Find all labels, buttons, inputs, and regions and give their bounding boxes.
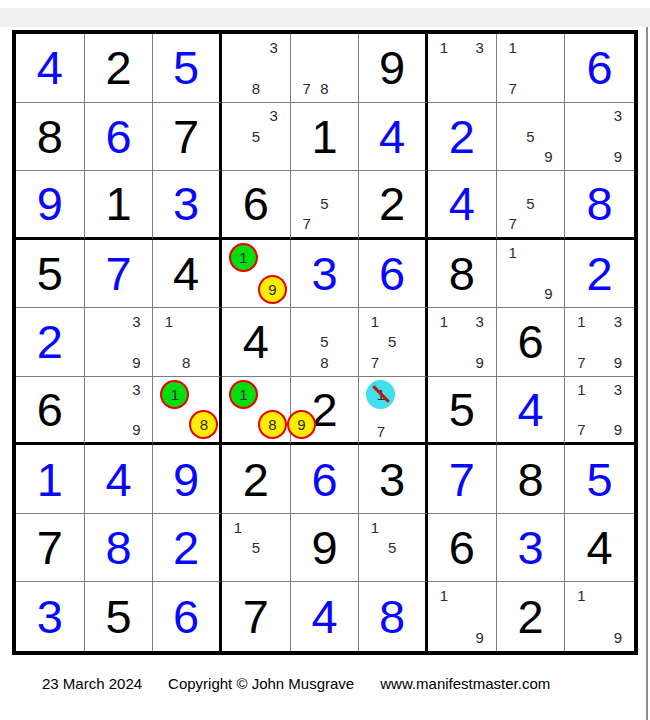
cell-value: 1 bbox=[291, 103, 359, 171]
cell-r8c4[interactable]: 15 bbox=[222, 514, 291, 583]
cell-r2c6[interactable]: 4 bbox=[359, 103, 428, 172]
cell-value: 7 bbox=[222, 582, 290, 651]
cell-value: 3 bbox=[153, 171, 219, 237]
sudoku-grid: 4253878913176867351425939913657245785741… bbox=[12, 30, 638, 655]
cell-value: 2 bbox=[497, 582, 565, 651]
candidates: 19 bbox=[572, 585, 627, 648]
candidate-3: 3 bbox=[609, 106, 627, 127]
candidates: 38 bbox=[229, 37, 283, 99]
cell-r4c3[interactable]: 4 bbox=[153, 240, 222, 309]
cell-r7c6[interactable]: 3 bbox=[359, 445, 428, 514]
cell-r7c2[interactable]: 4 bbox=[85, 445, 154, 514]
cell-r1c3[interactable]: 5 bbox=[153, 34, 222, 103]
candidates: 58 bbox=[298, 311, 352, 373]
cell-r2c7[interactable]: 2 bbox=[428, 103, 497, 172]
cell-r9c1[interactable]: 3 bbox=[16, 582, 85, 651]
candidate-3: 3 bbox=[609, 311, 627, 332]
candidate-7: 7 bbox=[366, 424, 395, 439]
cell-r3c4[interactable]: 6 bbox=[222, 171, 291, 240]
candidates: 157 bbox=[366, 311, 418, 373]
cell-value: 4 bbox=[85, 445, 153, 513]
candidate-1-highlighted-green: 1 bbox=[160, 380, 189, 409]
candidate-3: 3 bbox=[609, 380, 627, 400]
candidate-9: 9 bbox=[539, 284, 557, 305]
cell-r5c2[interactable]: 39 bbox=[85, 308, 154, 377]
candidate-7: 7 bbox=[572, 352, 590, 373]
cell-r9c2[interactable]: 5 bbox=[85, 582, 154, 651]
candidate-9: 9 bbox=[609, 352, 627, 373]
cell-r4c1[interactable]: 5 bbox=[16, 240, 85, 309]
cell-r1c6[interactable]: 9 bbox=[359, 34, 428, 103]
cell-r7c1[interactable]: 1 bbox=[16, 445, 85, 514]
cell-value: 2 bbox=[359, 171, 425, 237]
candidates: 57 bbox=[298, 174, 352, 234]
cell-r3c9[interactable]: 8 bbox=[565, 171, 634, 240]
cell-r6c8[interactable]: 4 bbox=[497, 377, 566, 446]
cell-r8c1[interactable]: 7 bbox=[16, 514, 85, 583]
candidate-5: 5 bbox=[522, 194, 540, 214]
candidate-1-highlighted-green: 1 bbox=[229, 243, 258, 272]
cell-value: 4 bbox=[497, 377, 565, 443]
cell-value: 4 bbox=[359, 103, 425, 171]
cell-r7c7[interactable]: 7 bbox=[428, 445, 497, 514]
candidate-1: 1 bbox=[229, 517, 247, 538]
cell-r9c5[interactable]: 4 bbox=[291, 582, 360, 651]
cell-r2c9[interactable]: 39 bbox=[565, 103, 634, 172]
cell-r7c9[interactable]: 5 bbox=[565, 445, 634, 514]
candidates: 19 bbox=[504, 243, 558, 305]
green-highlight-circle: 1 bbox=[229, 380, 258, 409]
candidates: 15 bbox=[229, 517, 283, 579]
cell-r2c3[interactable]: 7 bbox=[153, 103, 222, 172]
green-highlight-circle: 1 bbox=[229, 243, 258, 272]
candidate-1: 1 bbox=[366, 311, 383, 332]
cell-r9c9[interactable]: 19 bbox=[565, 582, 634, 651]
candidate-5: 5 bbox=[247, 537, 265, 558]
candidate-1: 1 bbox=[366, 517, 383, 538]
candidate-5: 5 bbox=[384, 537, 401, 558]
cell-r8c7[interactable]: 6 bbox=[428, 514, 497, 583]
cell-r3c2[interactable]: 1 bbox=[85, 171, 154, 240]
cell-r6c7[interactable]: 5 bbox=[428, 377, 497, 446]
cell-value: 9 bbox=[16, 171, 84, 237]
candidate-5: 5 bbox=[522, 126, 540, 147]
cell-value: 4 bbox=[16, 34, 84, 102]
cell-value: 3 bbox=[291, 240, 359, 308]
cell-value: 6 bbox=[428, 514, 496, 582]
cell-value: 6 bbox=[16, 377, 84, 443]
cell-value: 5 bbox=[85, 582, 153, 651]
cell-value: 4 bbox=[291, 582, 359, 651]
cell-r8c3[interactable]: 2 bbox=[153, 514, 222, 583]
candidates: 78 bbox=[298, 37, 352, 99]
cell-r6c9[interactable]: 1379 bbox=[565, 377, 634, 446]
cell-value: 3 bbox=[359, 445, 425, 513]
cell-r6c4[interactable]: 189 bbox=[222, 377, 291, 446]
candidate-1: 1 bbox=[572, 585, 590, 606]
candidate-9-highlighted-yellow: 9 bbox=[258, 275, 287, 304]
cell-value: 2 bbox=[565, 240, 634, 308]
cell-r9c6[interactable]: 8 bbox=[359, 582, 428, 651]
cell-r3c7[interactable]: 4 bbox=[428, 171, 497, 240]
cell-r8c2[interactable]: 8 bbox=[85, 514, 154, 583]
cell-value: 5 bbox=[565, 445, 634, 513]
candidates: 139 bbox=[435, 311, 489, 373]
candidate-1: 1 bbox=[572, 311, 590, 332]
candidate-8: 8 bbox=[316, 352, 334, 373]
window-top-band bbox=[0, 8, 650, 27]
cell-value: 9 bbox=[153, 445, 219, 513]
cell-value: 1 bbox=[85, 171, 153, 237]
cell-r7c4[interactable]: 2 bbox=[222, 445, 291, 514]
candidates: 57 bbox=[504, 174, 558, 234]
cell-value: 8 bbox=[428, 240, 496, 308]
candidates: 19 bbox=[435, 585, 489, 648]
candidate-8: 8 bbox=[178, 352, 195, 373]
cell-r1c7[interactable]: 13 bbox=[428, 34, 497, 103]
cell-r1c8[interactable]: 17 bbox=[497, 34, 566, 103]
cell-value: 2 bbox=[428, 103, 496, 171]
cell-r1c4[interactable]: 38 bbox=[222, 34, 291, 103]
footer: 23 March 2024 Copyright © John Musgrave … bbox=[42, 672, 550, 694]
candidates: 17 bbox=[504, 37, 558, 99]
candidate-5: 5 bbox=[247, 126, 265, 147]
cell-r2c1[interactable]: 8 bbox=[16, 103, 85, 172]
cell-r8c8[interactable]: 3 bbox=[497, 514, 566, 583]
candidate-1: 1 bbox=[504, 243, 522, 264]
candidates: 35 bbox=[229, 106, 283, 168]
candidate-3: 3 bbox=[127, 380, 145, 400]
cell-r5c6[interactable]: 157 bbox=[359, 308, 428, 377]
cell-r2c5[interactable]: 1 bbox=[291, 103, 360, 172]
cell-r5c3[interactable]: 18 bbox=[153, 308, 222, 377]
green-highlight-circle: 1 bbox=[160, 380, 189, 409]
cell-value: 3 bbox=[16, 582, 84, 651]
candidate-3: 3 bbox=[127, 311, 145, 332]
yellow-highlight-circle: 8 bbox=[258, 410, 287, 439]
cell-value: 7 bbox=[153, 103, 219, 171]
cell-value: 3 bbox=[497, 514, 565, 582]
candidate-7: 7 bbox=[572, 419, 590, 439]
cell-r1c9[interactable]: 6 bbox=[565, 34, 634, 103]
cell-value: 2 bbox=[16, 308, 84, 376]
cell-value: 5 bbox=[16, 240, 84, 308]
cell-r5c4[interactable]: 4 bbox=[222, 308, 291, 377]
cell-value: 4 bbox=[565, 514, 634, 582]
cell-value: 9 bbox=[291, 514, 359, 582]
cell-value: 7 bbox=[16, 514, 84, 582]
cell-r4c8[interactable]: 19 bbox=[497, 240, 566, 309]
cell-r2c4[interactable]: 35 bbox=[222, 103, 291, 172]
cell-r7c8[interactable]: 8 bbox=[497, 445, 566, 514]
cell-r2c8[interactable]: 59 bbox=[497, 103, 566, 172]
cell-r6c1[interactable]: 6 bbox=[16, 377, 85, 446]
cell-value: 6 bbox=[359, 240, 425, 308]
cell-value: 6 bbox=[153, 582, 219, 651]
candidate-1-highlighted-cyan: 1 bbox=[366, 380, 395, 409]
cell-value: 2 bbox=[85, 34, 153, 102]
cell-r3c6[interactable]: 2 bbox=[359, 171, 428, 240]
candidate-1-highlighted-green: 1 bbox=[229, 380, 258, 409]
cell-value: 6 bbox=[85, 103, 153, 171]
candidates: 18 bbox=[160, 380, 212, 440]
cell-r6c3[interactable]: 18 bbox=[153, 377, 222, 446]
cell-r3c5[interactable]: 57 bbox=[291, 171, 360, 240]
candidate-1: 1 bbox=[504, 37, 522, 58]
cell-r1c1[interactable]: 4 bbox=[16, 34, 85, 103]
candidates: 19 bbox=[229, 243, 283, 305]
candidate-3: 3 bbox=[471, 37, 489, 58]
yellow-highlight-circle: 8 bbox=[189, 410, 218, 439]
candidate-7: 7 bbox=[504, 78, 522, 99]
candidate-9: 9 bbox=[127, 352, 145, 373]
cell-value: 8 bbox=[16, 103, 84, 171]
candidate-9: 9 bbox=[471, 352, 489, 373]
candidate-3: 3 bbox=[265, 37, 283, 58]
candidate-9: 9 bbox=[609, 147, 627, 168]
candidates: 1379 bbox=[572, 311, 627, 373]
candidate-7: 7 bbox=[298, 78, 316, 99]
cell-value: 6 bbox=[222, 171, 290, 237]
cell-value: 6 bbox=[291, 445, 359, 513]
cell-r7c5[interactable]: 6 bbox=[291, 445, 360, 514]
candidate-7: 7 bbox=[366, 352, 383, 373]
cell-r5c8[interactable]: 6 bbox=[497, 308, 566, 377]
yellow-highlight-circle: 9 bbox=[258, 275, 287, 304]
candidates: 39 bbox=[572, 106, 627, 168]
candidate-7: 7 bbox=[298, 214, 316, 234]
candidate-3: 3 bbox=[471, 311, 489, 332]
candidate-1: 1 bbox=[435, 585, 453, 606]
cell-r1c5[interactable]: 78 bbox=[291, 34, 360, 103]
cell-r4c4[interactable]: 19 bbox=[222, 240, 291, 309]
cell-r5c9[interactable]: 1379 bbox=[565, 308, 634, 377]
candidate-8-highlighted-yellow: 8 bbox=[258, 410, 287, 439]
footer-date: 23 March 2024 bbox=[42, 675, 142, 692]
cell-r2c2[interactable]: 6 bbox=[85, 103, 154, 172]
cell-r8c6[interactable]: 15 bbox=[359, 514, 428, 583]
cell-value: 4 bbox=[153, 240, 219, 308]
cell-value: 2 bbox=[153, 514, 219, 582]
cell-r4c5[interactable]: 3 bbox=[291, 240, 360, 309]
cell-value: 8 bbox=[85, 514, 153, 582]
candidate-1: 1 bbox=[160, 311, 177, 332]
cell-r3c8[interactable]: 57 bbox=[497, 171, 566, 240]
candidates: 17 bbox=[366, 380, 418, 440]
cell-r8c9[interactable]: 4 bbox=[565, 514, 634, 583]
cell-value: 9 bbox=[359, 34, 425, 102]
cell-r1c2[interactable]: 2 bbox=[85, 34, 154, 103]
elimination-slash bbox=[372, 385, 390, 403]
footer-copyright: Copyright © John Musgrave bbox=[168, 675, 354, 692]
candidates: 189 bbox=[229, 380, 283, 440]
candidate-9: 9 bbox=[471, 627, 489, 648]
cell-value: 4 bbox=[428, 171, 496, 237]
cell-r9c3[interactable]: 6 bbox=[153, 582, 222, 651]
candidate-7: 7 bbox=[504, 214, 522, 234]
cell-value: 8 bbox=[565, 171, 634, 237]
cell-r8c5[interactable]: 9 bbox=[291, 514, 360, 583]
cell-r9c4[interactable]: 7 bbox=[222, 582, 291, 651]
cell-value: 7 bbox=[428, 445, 496, 513]
footer-website: www.manifestmaster.com bbox=[380, 675, 550, 692]
page-edge-line bbox=[646, 27, 648, 720]
candidate-8: 8 bbox=[247, 78, 265, 99]
cell-r5c7[interactable]: 139 bbox=[428, 308, 497, 377]
candidates: 1379 bbox=[572, 380, 627, 440]
cell-r4c6[interactable]: 6 bbox=[359, 240, 428, 309]
candidate-9: 9 bbox=[609, 419, 627, 439]
cell-r5c1[interactable]: 2 bbox=[16, 308, 85, 377]
cell-value: 6 bbox=[565, 34, 634, 102]
cell-value: 6 bbox=[497, 308, 565, 376]
candidate-5: 5 bbox=[384, 332, 401, 353]
cell-r4c2[interactable]: 7 bbox=[85, 240, 154, 309]
cell-value: 8 bbox=[359, 582, 425, 651]
candidate-1: 1 bbox=[572, 380, 590, 400]
cell-value: 2 bbox=[222, 445, 290, 513]
cell-value: 7 bbox=[85, 240, 153, 308]
cyan-highlight-circle: 1 bbox=[366, 380, 395, 409]
candidates: 15 bbox=[366, 517, 418, 579]
cell-r6c6[interactable]: 17 bbox=[359, 377, 428, 446]
candidates: 13 bbox=[435, 37, 489, 99]
candidate-1: 1 bbox=[435, 311, 453, 332]
cell-r3c1[interactable]: 9 bbox=[16, 171, 85, 240]
cell-value: 1 bbox=[16, 445, 84, 513]
candidate-8: 8 bbox=[316, 78, 334, 99]
candidate-9: 9 bbox=[539, 147, 557, 168]
candidate-5: 5 bbox=[316, 332, 334, 353]
candidates: 39 bbox=[92, 311, 146, 373]
cell-r3c3[interactable]: 3 bbox=[153, 171, 222, 240]
cell-r4c9[interactable]: 2 bbox=[565, 240, 634, 309]
cell-value: 5 bbox=[428, 377, 496, 443]
candidate-8-highlighted-yellow: 8 bbox=[189, 410, 218, 439]
cell-r6c2[interactable]: 39 bbox=[85, 377, 154, 446]
cell-r9c8[interactable]: 2 bbox=[497, 582, 566, 651]
candidates: 18 bbox=[160, 311, 212, 373]
cell-r4c7[interactable]: 8 bbox=[428, 240, 497, 309]
candidate-1: 1 bbox=[435, 37, 453, 58]
candidate-9: 9 bbox=[609, 627, 627, 648]
cell-value: 4 bbox=[222, 308, 290, 376]
cell-value: 5 bbox=[153, 34, 219, 102]
cell-r9c7[interactable]: 19 bbox=[428, 582, 497, 651]
cell-r5c5[interactable]: 58 bbox=[291, 308, 360, 377]
candidate-5: 5 bbox=[316, 194, 334, 214]
cell-value: 8 bbox=[497, 445, 565, 513]
cell-r7c3[interactable]: 9 bbox=[153, 445, 222, 514]
candidate-3: 3 bbox=[265, 106, 283, 127]
candidates: 59 bbox=[504, 106, 558, 168]
candidates: 39 bbox=[92, 380, 146, 440]
candidate-9: 9 bbox=[127, 419, 145, 439]
